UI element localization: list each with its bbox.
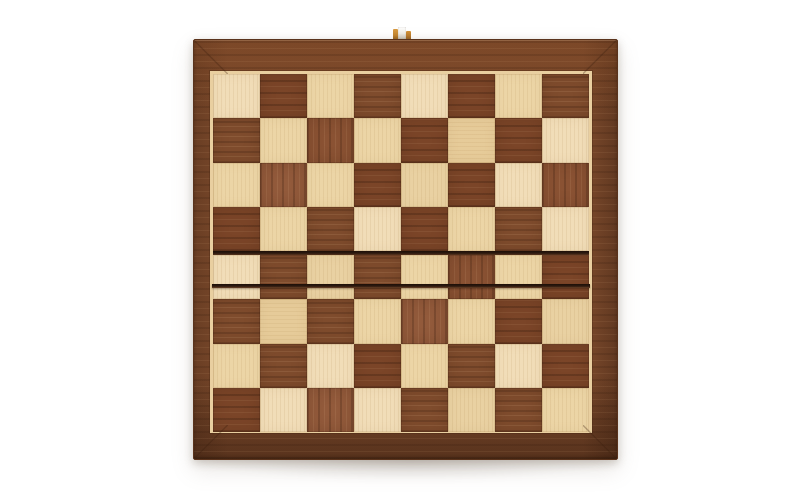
square-h5[interactable]	[542, 207, 589, 251]
square-e2[interactable]	[401, 344, 448, 388]
square-b2[interactable]	[260, 344, 307, 388]
square-h3[interactable]	[542, 299, 589, 343]
square-b8[interactable]	[260, 74, 307, 118]
square-c1[interactable]	[307, 388, 354, 432]
square-b5[interactable]	[260, 207, 307, 251]
square-d6[interactable]	[354, 163, 401, 207]
square-f3[interactable]	[448, 299, 495, 343]
square-a2[interactable]	[213, 344, 260, 388]
square-e6[interactable]	[401, 163, 448, 207]
square-g8[interactable]	[495, 74, 542, 118]
square-g2[interactable]	[495, 344, 542, 388]
square-f5[interactable]	[448, 207, 495, 251]
square-g3[interactable]	[495, 299, 542, 343]
maple-inlay-border	[210, 71, 592, 433]
square-e1[interactable]	[401, 388, 448, 432]
square-h7[interactable]	[542, 118, 589, 162]
square-c4[interactable]	[307, 255, 354, 299]
board-top-half	[213, 74, 589, 251]
square-f7[interactable]	[448, 118, 495, 162]
square-b3[interactable]	[260, 299, 307, 343]
square-a6[interactable]	[213, 163, 260, 207]
square-h2[interactable]	[542, 344, 589, 388]
square-e8[interactable]	[401, 74, 448, 118]
square-g6[interactable]	[495, 163, 542, 207]
square-g4[interactable]	[495, 255, 542, 299]
square-c3[interactable]	[307, 299, 354, 343]
square-e5[interactable]	[401, 207, 448, 251]
square-b6[interactable]	[260, 163, 307, 207]
square-h4[interactable]	[542, 255, 589, 299]
square-d8[interactable]	[354, 74, 401, 118]
board-bottom-half	[213, 255, 589, 432]
square-g1[interactable]	[495, 388, 542, 432]
square-d5[interactable]	[354, 207, 401, 251]
square-a1[interactable]	[213, 388, 260, 432]
square-c8[interactable]	[307, 74, 354, 118]
fold-seam	[212, 284, 590, 288]
square-g7[interactable]	[495, 118, 542, 162]
square-g5[interactable]	[495, 207, 542, 251]
square-c5[interactable]	[307, 207, 354, 251]
square-d3[interactable]	[354, 299, 401, 343]
square-f6[interactable]	[448, 163, 495, 207]
square-b7[interactable]	[260, 118, 307, 162]
square-c6[interactable]	[307, 163, 354, 207]
clasp-center	[398, 27, 406, 39]
chess-board	[193, 39, 618, 460]
square-c2[interactable]	[307, 344, 354, 388]
square-e3[interactable]	[401, 299, 448, 343]
square-a3[interactable]	[213, 299, 260, 343]
square-h6[interactable]	[542, 163, 589, 207]
square-a7[interactable]	[213, 118, 260, 162]
scene	[0, 0, 800, 500]
square-d1[interactable]	[354, 388, 401, 432]
square-h8[interactable]	[542, 74, 589, 118]
square-a8[interactable]	[213, 74, 260, 118]
square-f4[interactable]	[448, 255, 495, 299]
square-f8[interactable]	[448, 74, 495, 118]
square-e7[interactable]	[401, 118, 448, 162]
square-a4[interactable]	[213, 255, 260, 299]
square-e4[interactable]	[401, 255, 448, 299]
square-b4[interactable]	[260, 255, 307, 299]
square-d7[interactable]	[354, 118, 401, 162]
square-f2[interactable]	[448, 344, 495, 388]
square-b1[interactable]	[260, 388, 307, 432]
square-c7[interactable]	[307, 118, 354, 162]
square-d2[interactable]	[354, 344, 401, 388]
square-h1[interactable]	[542, 388, 589, 432]
square-d4[interactable]	[354, 255, 401, 299]
square-f1[interactable]	[448, 388, 495, 432]
square-a5[interactable]	[213, 207, 260, 251]
